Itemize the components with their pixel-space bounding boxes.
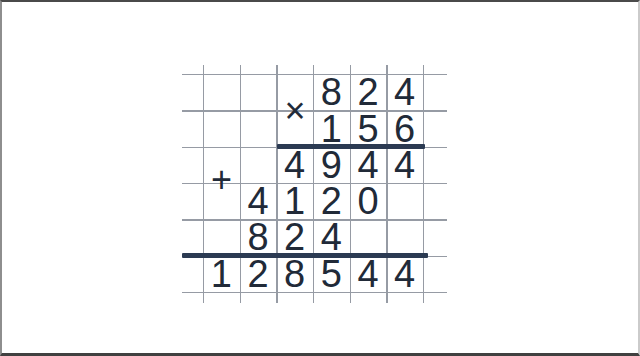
grid-cell-r6-c4: 5 bbox=[313, 256, 350, 292]
grid-cell-r2-c6: 6 bbox=[386, 110, 423, 146]
grid-cell-r5-c6 bbox=[386, 219, 423, 255]
grid-cell-r4-c4: 2 bbox=[313, 183, 350, 219]
grid-cell-r3-c2 bbox=[240, 147, 277, 183]
grid-cell-r1-c4: 8 bbox=[313, 74, 350, 110]
grid-cell-r4-c2: 4 bbox=[240, 183, 277, 219]
grid-cell-r3-c5: 4 bbox=[350, 147, 387, 183]
grid-cell-r2-c4: 1 bbox=[313, 110, 350, 146]
multiplication-sign: × bbox=[284, 93, 305, 129]
partial-products-rule-line bbox=[277, 144, 425, 149]
grid-cell-r2-c1 bbox=[203, 110, 240, 146]
grid-vline bbox=[423, 65, 424, 303]
grid-cell-r4-c5: 0 bbox=[350, 183, 387, 219]
grid-cell-r1-c5: 2 bbox=[350, 74, 387, 110]
digit-cells: 82415649444120824128544 bbox=[203, 74, 423, 292]
grid-cell-r2-c5: 5 bbox=[350, 110, 387, 146]
plus-sign: + bbox=[211, 162, 232, 198]
grid-cell-r6-c6: 4 bbox=[386, 256, 423, 292]
grid-cell-r4-c6 bbox=[386, 183, 423, 219]
grid-cell-r4-c3: 1 bbox=[276, 183, 313, 219]
grid-cell-r1-c2 bbox=[240, 74, 277, 110]
grid-cell-r3-c3: 4 bbox=[276, 147, 313, 183]
worksheet-page: 82415649444120824128544 × + bbox=[0, 0, 640, 356]
grid-cell-r3-c4: 9 bbox=[313, 147, 350, 183]
grid-cell-r5-c2: 8 bbox=[240, 219, 277, 255]
grid-cell-r6-c3: 8 bbox=[276, 256, 313, 292]
grid-cell-r1-c6: 4 bbox=[386, 74, 423, 110]
grid-cell-r2-c2 bbox=[240, 110, 277, 146]
grid-cell-r5-c5 bbox=[350, 219, 387, 255]
grid-cell-r6-c1: 1 bbox=[203, 256, 240, 292]
grid-cell-r6-c5: 4 bbox=[350, 256, 387, 292]
grid-cell-r5-c1 bbox=[203, 219, 240, 255]
grid-cell-r5-c4: 4 bbox=[313, 219, 350, 255]
multiplication-grid: 82415649444120824128544 × + bbox=[182, 65, 448, 303]
grid-cell-r6-c2: 2 bbox=[240, 256, 277, 292]
grid-cell-r3-c6: 4 bbox=[386, 147, 423, 183]
grid-cell-r1-c1 bbox=[203, 74, 240, 110]
grid-cell-r5-c3: 2 bbox=[276, 219, 313, 255]
answer-rule-line bbox=[182, 253, 428, 258]
